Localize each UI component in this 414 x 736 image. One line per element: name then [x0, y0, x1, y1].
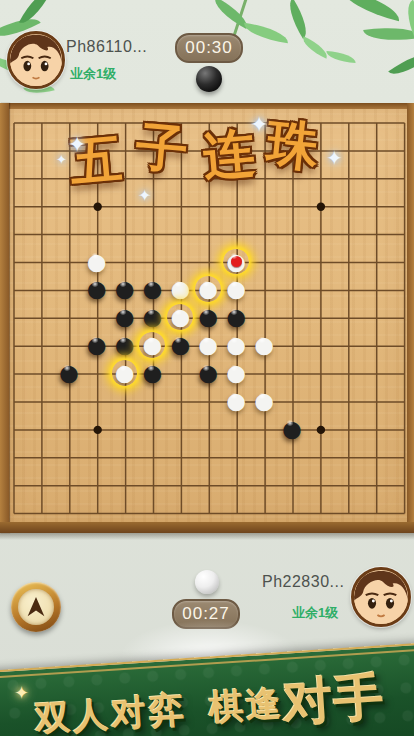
board-cell: ● — [278, 415, 306, 443]
board-cell[interactable] — [138, 471, 166, 499]
stone-white: ● — [250, 331, 278, 359]
gomoku-game-screen: ●●●●●●●●●●●●●●●●●●●●●●●●●●●● 五 子 连 珠 ✦ ✦… — [0, 0, 414, 736]
board-cell[interactable] — [250, 248, 278, 276]
board-cell[interactable] — [27, 331, 55, 359]
board-cell: ● — [250, 331, 278, 359]
stone-white: ● — [250, 387, 278, 415]
board-frame-left — [0, 103, 9, 533]
board-cell[interactable] — [27, 415, 55, 443]
board-cell[interactable] — [111, 471, 139, 499]
stone-white: ● — [111, 359, 139, 387]
board-cell[interactable] — [362, 192, 390, 220]
board-cell[interactable] — [27, 471, 55, 499]
board-cell[interactable] — [278, 303, 306, 331]
board-cell[interactable] — [334, 471, 362, 499]
board-cell[interactable] — [166, 359, 194, 387]
board-cell[interactable] — [362, 359, 390, 387]
board-cell[interactable] — [334, 415, 362, 443]
board-cell[interactable] — [250, 220, 278, 248]
board-cell[interactable] — [27, 303, 55, 331]
board-cell[interactable] — [83, 471, 111, 499]
board-cell[interactable] — [334, 248, 362, 276]
board-cell[interactable] — [138, 220, 166, 248]
board-cell[interactable] — [55, 471, 83, 499]
board-cell[interactable] — [55, 443, 83, 471]
board-cell[interactable] — [306, 220, 334, 248]
board-cell[interactable] — [27, 275, 55, 303]
board-cell[interactable] — [194, 220, 222, 248]
timer-value: 00:30 — [185, 38, 233, 58]
bottom-player-level-badge: 业余1级 — [292, 604, 338, 622]
board-cell[interactable] — [334, 443, 362, 471]
board-frame-shadow — [0, 533, 414, 540]
board-cell[interactable] — [362, 136, 390, 164]
sparkle-icon: ✦ — [250, 112, 268, 138]
board-cell[interactable] — [306, 275, 334, 303]
board-cell[interactable] — [334, 108, 362, 136]
board-cell: ● — [194, 359, 222, 387]
board-cell[interactable] — [166, 443, 194, 471]
board-cell[interactable] — [194, 192, 222, 220]
board-frame-bottom — [0, 522, 414, 533]
board-cell[interactable] — [362, 471, 390, 499]
banner-text-match: 棋逢 — [207, 680, 284, 732]
board-cell[interactable] — [166, 220, 194, 248]
bamboo-leaf — [282, 0, 314, 39]
top-player-stone-indicator — [196, 66, 222, 92]
banner-text-duel: 双人对弈 — [34, 686, 189, 736]
stone-black: ● — [138, 359, 166, 387]
board-cell[interactable] — [278, 275, 306, 303]
banner-text-opponent: 对手 — [281, 663, 387, 736]
stone-black: ● — [83, 275, 111, 303]
board-cell[interactable] — [166, 471, 194, 499]
bamboo-leaf — [299, 36, 331, 58]
up-arrow-icon — [25, 596, 47, 618]
board-cell[interactable] — [334, 275, 362, 303]
banner-text: 双人对弈 棋逢 对手 — [33, 663, 387, 736]
bamboo-leaf — [326, 51, 357, 63]
bamboo-leaf — [388, 47, 414, 82]
top-player-name: Ph86110... — [66, 38, 147, 56]
board-cell[interactable] — [194, 443, 222, 471]
stone-black: ● — [166, 331, 194, 359]
board-cell[interactable] — [27, 248, 55, 276]
board-cell[interactable] — [362, 303, 390, 331]
board-cell[interactable] — [306, 415, 334, 443]
board-cell[interactable] — [27, 443, 55, 471]
board-cell[interactable] — [250, 471, 278, 499]
board-cell[interactable] — [306, 387, 334, 415]
board-cell: ● — [111, 359, 139, 387]
board-cell[interactable] — [278, 443, 306, 471]
stone-black: ● — [278, 415, 306, 443]
sparkle-icon: ✦ — [68, 132, 86, 158]
sparkle-icon: ✦ — [14, 682, 29, 704]
board-cell[interactable] — [362, 248, 390, 276]
board-cell[interactable] — [334, 192, 362, 220]
board-title-char: 子 — [133, 112, 191, 186]
board-cell[interactable] — [278, 248, 306, 276]
stone-black: ● — [194, 359, 222, 387]
board-cell[interactable] — [362, 220, 390, 248]
board-cell[interactable] — [250, 192, 278, 220]
board-cell[interactable] — [306, 331, 334, 359]
bottom-player-name: Ph22830... — [262, 573, 344, 591]
board-cell[interactable] — [306, 443, 334, 471]
board-cell[interactable] — [362, 331, 390, 359]
board-cell[interactable] — [250, 415, 278, 443]
board-title-char: 珠 — [263, 108, 322, 183]
board-cell[interactable] — [278, 192, 306, 220]
board-cell[interactable] — [194, 387, 222, 415]
board-cell[interactable] — [111, 415, 139, 443]
board-cell: ● — [55, 359, 83, 387]
board-cell[interactable] — [362, 387, 390, 415]
board-cell: ● — [83, 331, 111, 359]
board-cell[interactable] — [55, 275, 83, 303]
board-cell[interactable] — [362, 275, 390, 303]
board-cell[interactable] — [362, 415, 390, 443]
board-cell[interactable] — [250, 275, 278, 303]
last-move-marker — [231, 256, 242, 267]
board-cell[interactable] — [27, 387, 55, 415]
board-cell[interactable] — [194, 471, 222, 499]
bamboo-leaf — [339, 0, 404, 21]
board-cell[interactable] — [55, 248, 83, 276]
board-cell[interactable] — [83, 387, 111, 415]
board-cell[interactable] — [334, 387, 362, 415]
top-player-level-badge: 业余1级 — [70, 65, 116, 83]
board-cell: ● — [138, 359, 166, 387]
board-cell[interactable] — [27, 220, 55, 248]
board-cell: ● — [250, 387, 278, 415]
board-cell[interactable] — [306, 359, 334, 387]
board-cell[interactable] — [278, 471, 306, 499]
sparkle-icon: ✦ — [56, 152, 67, 167]
board-cell[interactable] — [27, 136, 55, 164]
board-frame-right — [407, 103, 414, 533]
bamboo-leaf — [242, 23, 290, 43]
board-cell[interactable] — [27, 192, 55, 220]
board-cell[interactable] — [55, 387, 83, 415]
avatar-top-player[interactable] — [7, 31, 65, 89]
up-button-inner — [18, 589, 54, 625]
avatar-face — [354, 570, 408, 624]
board-cell[interactable] — [334, 331, 362, 359]
board-cell[interactable] — [55, 220, 83, 248]
board-cell[interactable] — [27, 164, 55, 192]
sparkle-icon: ✦ — [326, 146, 343, 170]
board-cell[interactable] — [278, 220, 306, 248]
stone-white: ● — [222, 387, 250, 415]
board-cell[interactable] — [306, 248, 334, 276]
avatar-face — [10, 34, 62, 86]
board-cell[interactable] — [250, 443, 278, 471]
board-cell: ● — [83, 275, 111, 303]
board-cell[interactable] — [111, 387, 139, 415]
up-arrow-button[interactable] — [11, 582, 61, 632]
board-cell[interactable] — [306, 303, 334, 331]
bottom-player-stone-indicator — [195, 570, 219, 594]
board-cell[interactable] — [222, 443, 250, 471]
board-cell: ● — [166, 331, 194, 359]
board-cell[interactable] — [166, 415, 194, 443]
board-cell[interactable] — [222, 415, 250, 443]
board-cell[interactable] — [55, 415, 83, 443]
board-cell[interactable] — [166, 387, 194, 415]
board-cell[interactable] — [83, 443, 111, 471]
board-cell[interactable] — [334, 220, 362, 248]
board-cell[interactable] — [111, 443, 139, 471]
board-cell[interactable] — [111, 220, 139, 248]
sparkle-icon: ✦ — [138, 186, 151, 205]
board-cell[interactable] — [278, 331, 306, 359]
board-cell[interactable] — [83, 415, 111, 443]
board-frame-top — [0, 103, 414, 109]
board-cell[interactable] — [334, 359, 362, 387]
board-cell[interactable] — [138, 443, 166, 471]
board-cell[interactable] — [306, 192, 334, 220]
board-cell[interactable] — [138, 415, 166, 443]
board-cell[interactable] — [111, 192, 139, 220]
stone-black: ● — [83, 331, 111, 359]
board-cell[interactable] — [83, 359, 111, 387]
board-cell[interactable] — [27, 359, 55, 387]
board-cell[interactable] — [222, 192, 250, 220]
board-cell[interactable] — [138, 387, 166, 415]
board-cell[interactable] — [194, 415, 222, 443]
board-cell[interactable] — [362, 443, 390, 471]
board-cell: ● — [222, 387, 250, 415]
board-cell[interactable] — [334, 303, 362, 331]
bamboo-leaf — [363, 22, 414, 46]
board-cell[interactable] — [362, 164, 390, 192]
board-cell[interactable] — [166, 192, 194, 220]
stone-black: ● — [55, 359, 83, 387]
board-cell[interactable] — [222, 471, 250, 499]
board-cell[interactable] — [278, 359, 306, 387]
board-cell[interactable] — [362, 108, 390, 136]
top-player-timer: 00:30 — [175, 33, 243, 63]
avatar-bottom-player[interactable] — [351, 567, 411, 627]
board-cell[interactable] — [306, 471, 334, 499]
board-cell[interactable] — [55, 303, 83, 331]
board-cell[interactable] — [27, 108, 55, 136]
